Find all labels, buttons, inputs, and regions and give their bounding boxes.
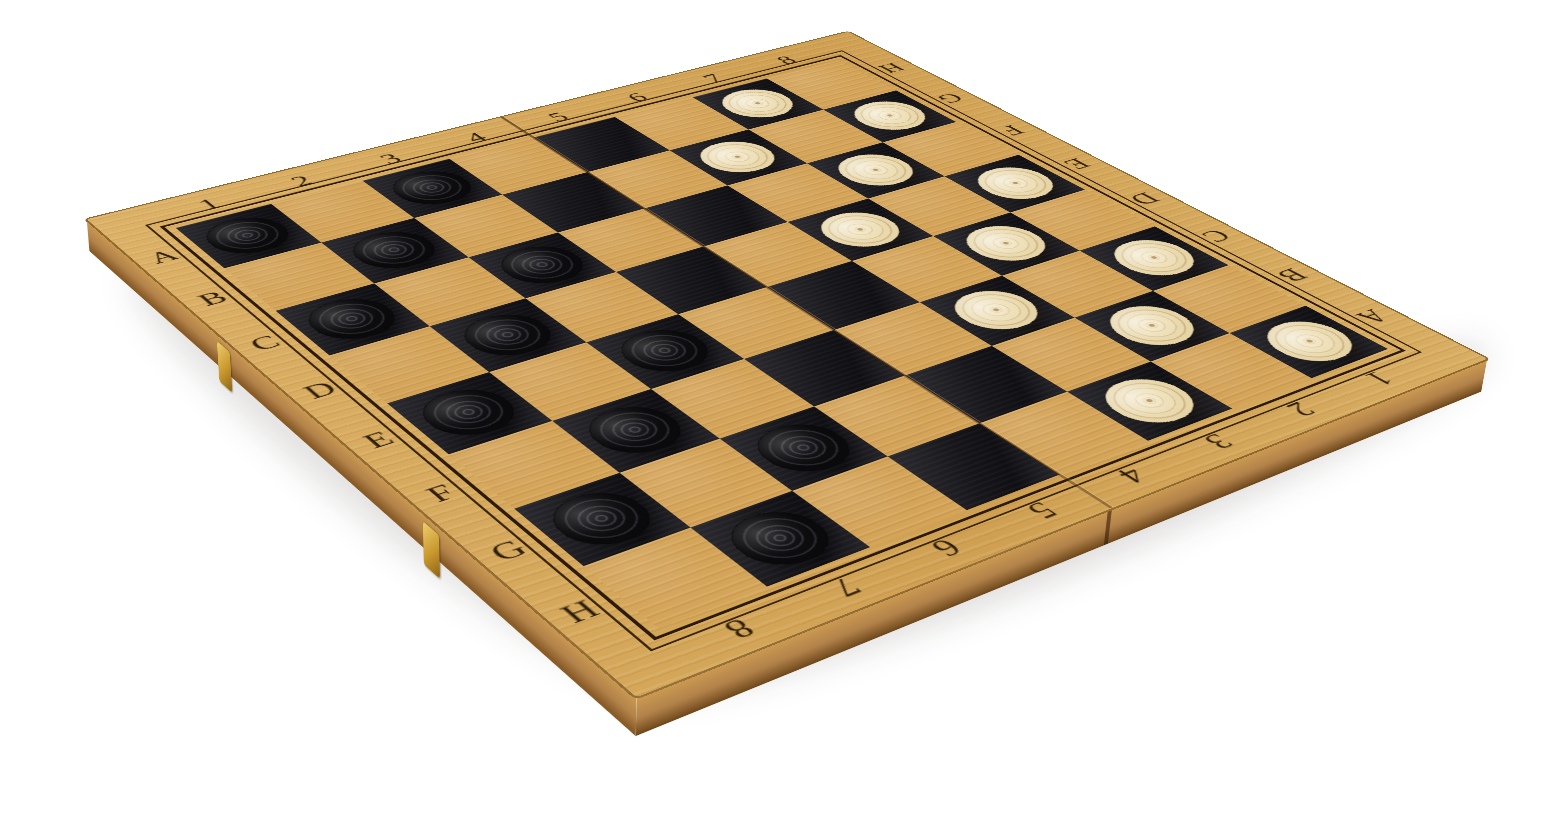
coord-far-3: 3 [364,147,417,170]
photo-scene: 1AH82BG73CF64DE55ED46FC37GB28HA1 [0,0,1562,824]
coord-right-D: D [1117,187,1173,211]
coord-near-6: 6 [911,529,982,568]
fold-seam-edge-cut [1104,508,1112,545]
coord-left-H: H [543,590,615,632]
coord-right-A: A [1342,303,1404,331]
coord-right-G: G [925,88,976,108]
coord-left-C: C [234,328,294,358]
coord-left-E: E [346,423,411,457]
coord-right-H: H [867,59,917,78]
coord-near-1: 1 [1347,364,1411,395]
coord-right-F: F [986,120,1039,141]
coord-far-1: 1 [182,192,236,217]
coord-right-E: E [1050,153,1104,175]
coord-far-8: 8 [761,51,810,70]
coord-left-B: B [183,284,241,312]
brass-clasp[interactable] [423,521,440,579]
coord-far-6: 6 [612,87,663,107]
coord-far-5: 5 [532,106,583,127]
coord-near-5: 5 [1008,493,1077,530]
coord-far-2: 2 [275,169,328,193]
coord-near-4: 4 [1099,458,1167,493]
coord-left-A: A [135,243,191,270]
game-board: 1AH82BG73CF64DE55ED46FC37GB28HA1 [84,31,1491,700]
coord-right-C: C [1188,224,1246,249]
coord-near-2: 2 [1268,394,1334,426]
coord-left-D: D [289,374,351,406]
coord-far-4: 4 [450,126,502,148]
board-grid [176,60,1388,628]
coord-far-7: 7 [688,68,738,88]
coord-near-8: 8 [704,608,778,651]
coord-near-7: 7 [810,567,882,608]
coord-right-B: B [1263,262,1323,288]
coord-near-3: 3 [1186,425,1253,458]
